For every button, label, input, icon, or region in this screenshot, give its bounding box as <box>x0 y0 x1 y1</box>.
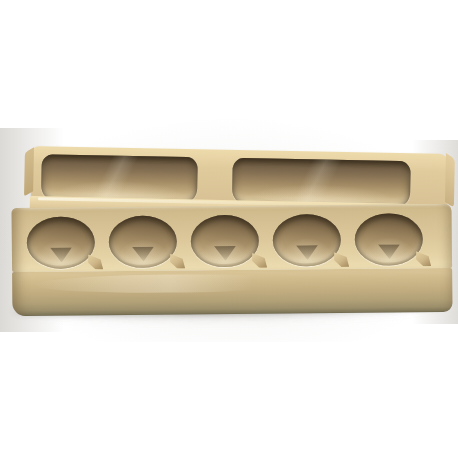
pour-spout <box>86 253 105 270</box>
lower-tier <box>11 204 452 316</box>
pit-4[interactable] <box>273 214 341 267</box>
pour-spout <box>168 252 187 269</box>
product-photo <box>0 0 458 458</box>
pit-1[interactable] <box>27 216 95 269</box>
pit-3[interactable] <box>191 215 259 268</box>
pour-spout <box>332 251 351 268</box>
pour-spout <box>414 250 433 267</box>
pit-5[interactable] <box>355 213 423 266</box>
tray-front-face <box>12 268 452 316</box>
pits-row <box>11 204 452 272</box>
pour-spout <box>250 252 269 269</box>
pit-2[interactable] <box>109 216 177 269</box>
pits-deck <box>11 204 452 272</box>
game-tray <box>10 134 454 320</box>
